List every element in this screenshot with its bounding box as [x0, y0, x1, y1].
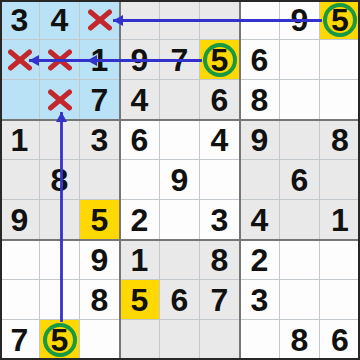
cell-r8c1[interactable]	[0, 280, 40, 320]
cell-r7c2[interactable]	[40, 240, 80, 280]
cell-r6c6[interactable]: 3	[200, 200, 240, 240]
cell-r4c4[interactable]: 6	[120, 120, 160, 160]
digit: 6	[160, 280, 199, 319]
digit: 5	[320, 0, 360, 39]
cell-r1c8[interactable]: 9	[280, 0, 320, 40]
cell-r1c7[interactable]	[240, 0, 280, 40]
cell-r6c7[interactable]: 4	[240, 200, 280, 240]
cell-r6c1[interactable]: 9	[0, 200, 40, 240]
cell-r7c8[interactable]	[280, 240, 320, 280]
digit: 1	[320, 200, 360, 239]
digit: 4	[200, 120, 239, 159]
cell-r3c8[interactable]	[280, 80, 320, 120]
cell-r3c5[interactable]	[160, 80, 200, 120]
cell-r4c3[interactable]: 3	[80, 120, 120, 160]
cell-r7c7[interactable]: 2	[240, 240, 280, 280]
digit: 6	[240, 40, 279, 79]
cell-r7c9[interactable]	[320, 240, 360, 280]
cell-r8c6[interactable]: 7	[200, 280, 240, 320]
cell-r3c3[interactable]: 7	[80, 80, 120, 120]
digit: 9	[120, 40, 159, 79]
cell-r4c7[interactable]: 9	[240, 120, 280, 160]
digit: 6	[200, 80, 239, 119]
digit: 9	[0, 200, 39, 239]
cell-r6c2[interactable]	[40, 200, 80, 240]
cell-r8c2[interactable]	[40, 280, 80, 320]
digit: 5	[200, 40, 239, 79]
digit: 4	[40, 0, 79, 39]
digit: 5	[120, 280, 159, 319]
digit: 8	[200, 240, 239, 279]
digit: 3	[240, 280, 279, 319]
cell-r9c4[interactable]	[120, 320, 160, 360]
digit: 1	[120, 240, 159, 279]
digit: 9	[240, 120, 279, 159]
cell-r1c4[interactable]	[120, 0, 160, 40]
x-mark-icon	[47, 88, 72, 111]
cell-r3c7[interactable]: 8	[240, 80, 280, 120]
digit: 8	[280, 320, 319, 360]
digit: 1	[0, 120, 39, 159]
cell-r8c9[interactable]	[320, 280, 360, 320]
cell-r4c5[interactable]	[160, 120, 200, 160]
cell-r9c8[interactable]: 8	[280, 320, 320, 360]
digit: 7	[200, 280, 239, 319]
sudoku-board: 3495197567468136498896952341918285673758…	[0, 0, 360, 360]
cell-r7c1[interactable]	[0, 240, 40, 280]
x-mark-icon	[87, 8, 112, 31]
digit: 9	[280, 0, 319, 39]
cell-r4c9[interactable]: 8	[320, 120, 360, 160]
cell-r5c4[interactable]	[120, 160, 160, 200]
cell-r3c9[interactable]	[320, 80, 360, 120]
cell-r8c7[interactable]: 3	[240, 280, 280, 320]
x-mark-icon	[47, 48, 72, 71]
cell-r4c6[interactable]: 4	[200, 120, 240, 160]
cell-r7c5[interactable]	[160, 240, 200, 280]
digit: 3	[0, 0, 39, 39]
cell-r7c6[interactable]: 8	[200, 240, 240, 280]
cell-r4c8[interactable]	[280, 120, 320, 160]
cell-r2c7[interactable]: 6	[240, 40, 280, 80]
digit: 7	[80, 80, 119, 119]
digit: 9	[160, 160, 199, 199]
digit: 9	[80, 240, 119, 279]
digit: 8	[40, 160, 79, 199]
digit: 4	[120, 80, 159, 119]
cell-r4c1[interactable]: 1	[0, 120, 40, 160]
digit: 2	[120, 200, 159, 239]
cell-r1c5[interactable]	[160, 0, 200, 40]
cell-r9c2[interactable]: 5	[40, 320, 80, 360]
cell-r3c2[interactable]	[40, 80, 80, 120]
cell-r2c2[interactable]	[40, 40, 80, 80]
cell-r6c5[interactable]	[160, 200, 200, 240]
cell-r9c1[interactable]: 7	[0, 320, 40, 360]
cell-r2c6[interactable]: 5	[200, 40, 240, 80]
cell-r8c4[interactable]: 5	[120, 280, 160, 320]
digit: 4	[240, 200, 279, 239]
cell-r5c2[interactable]: 8	[40, 160, 80, 200]
cell-r2c3[interactable]: 1	[80, 40, 120, 80]
cell-r1c3[interactable]	[80, 0, 120, 40]
sudoku-cells: 3495197567468136498896952341918285673758…	[0, 0, 360, 360]
cell-r1c6[interactable]	[200, 0, 240, 40]
digit: 6	[320, 320, 360, 360]
digit: 6	[280, 160, 319, 199]
digit: 5	[80, 200, 119, 239]
cell-r8c5[interactable]: 6	[160, 280, 200, 320]
cell-r9c3[interactable]	[80, 320, 120, 360]
cell-r7c3[interactable]: 9	[80, 240, 120, 280]
x-mark-icon	[7, 48, 32, 71]
cell-r3c1[interactable]	[0, 80, 40, 120]
cell-r9c7[interactable]	[240, 320, 280, 360]
cell-r5c8[interactable]: 6	[280, 160, 320, 200]
digit: 8	[240, 80, 279, 119]
digit: 7	[0, 320, 39, 360]
digit: 3	[200, 200, 239, 239]
digit: 6	[120, 120, 159, 159]
cell-r5c6[interactable]	[200, 160, 240, 200]
cell-r1c1[interactable]: 3	[0, 0, 40, 40]
cell-r3c4[interactable]: 4	[120, 80, 160, 120]
cell-r2c5[interactable]: 7	[160, 40, 200, 80]
cell-r6c3[interactable]: 5	[80, 200, 120, 240]
digit: 8	[80, 280, 119, 319]
cell-r6c9[interactable]: 1	[320, 200, 360, 240]
digit: 5	[40, 320, 79, 360]
digit: 1	[80, 40, 119, 79]
digit: 7	[160, 40, 199, 79]
cell-r9c9[interactable]: 6	[320, 320, 360, 360]
cell-r3c6[interactable]: 6	[200, 80, 240, 120]
digit: 3	[80, 120, 119, 159]
cell-r2c4[interactable]: 9	[120, 40, 160, 80]
cell-r2c8[interactable]	[280, 40, 320, 80]
cell-r5c3[interactable]	[80, 160, 120, 200]
cell-r1c9[interactable]: 5	[320, 0, 360, 40]
cell-r9c6[interactable]	[200, 320, 240, 360]
cell-r4c2[interactable]	[40, 120, 80, 160]
cell-r8c3[interactable]: 8	[80, 280, 120, 320]
cell-r6c4[interactable]: 2	[120, 200, 160, 240]
cell-r2c9[interactable]	[320, 40, 360, 80]
cell-r2c1[interactable]	[0, 40, 40, 80]
cell-r1c2[interactable]: 4	[40, 0, 80, 40]
cell-r9c5[interactable]	[160, 320, 200, 360]
cell-r5c5[interactable]: 9	[160, 160, 200, 200]
cell-r5c1[interactable]	[0, 160, 40, 200]
digit: 8	[320, 120, 360, 159]
cell-r6c8[interactable]	[280, 200, 320, 240]
cell-r5c9[interactable]	[320, 160, 360, 200]
cell-r7c4[interactable]: 1	[120, 240, 160, 280]
cell-r8c8[interactable]	[280, 280, 320, 320]
digit: 2	[240, 240, 279, 279]
cell-r5c7[interactable]	[240, 160, 280, 200]
